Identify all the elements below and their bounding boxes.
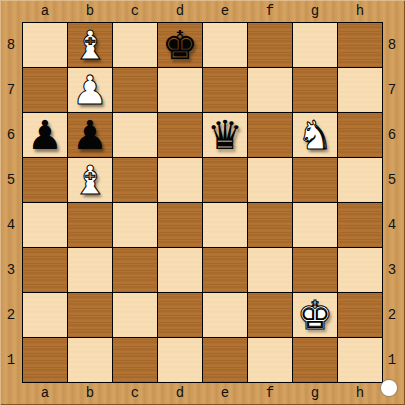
square-e7[interactable] <box>203 68 247 112</box>
file-label-bottom-g: g <box>305 383 325 403</box>
square-a7[interactable] <box>23 68 67 112</box>
square-c2[interactable] <box>113 293 157 337</box>
square-h2[interactable] <box>338 293 382 337</box>
square-h4[interactable] <box>338 203 382 247</box>
rank-label-left-2: 2 <box>1 305 21 325</box>
square-e3[interactable] <box>203 248 247 292</box>
file-label-bottom-d: d <box>170 383 190 403</box>
rank-label-right-6: 6 <box>382 125 402 145</box>
square-h7[interactable] <box>338 68 382 112</box>
square-c5[interactable] <box>113 158 157 202</box>
square-e4[interactable] <box>203 203 247 247</box>
file-label-bottom-a: a <box>35 383 55 403</box>
square-d3[interactable] <box>158 248 202 292</box>
piece-black-pawn[interactable]: ♟ <box>27 113 63 157</box>
square-b5[interactable]: ♝ <box>68 158 112 202</box>
square-g4[interactable] <box>293 203 337 247</box>
file-label-bottom-f: f <box>260 383 280 403</box>
square-g8[interactable] <box>293 23 337 67</box>
piece-white-knight[interactable]: ♞ <box>297 113 333 157</box>
square-c4[interactable] <box>113 203 157 247</box>
square-d6[interactable] <box>158 113 202 157</box>
square-h1[interactable] <box>338 338 382 382</box>
rank-label-left-8: 8 <box>1 35 21 55</box>
square-b4[interactable] <box>68 203 112 247</box>
square-g1[interactable] <box>293 338 337 382</box>
file-label-bottom-c: c <box>125 383 145 403</box>
square-f4[interactable] <box>248 203 292 247</box>
square-a3[interactable] <box>23 248 67 292</box>
square-c1[interactable] <box>113 338 157 382</box>
square-d8[interactable]: ♚ <box>158 23 202 67</box>
square-h5[interactable] <box>338 158 382 202</box>
file-label-top-d: d <box>170 1 190 21</box>
square-e8[interactable] <box>203 23 247 67</box>
square-f2[interactable] <box>248 293 292 337</box>
piece-white-bishop[interactable]: ♝ <box>72 158 108 202</box>
file-label-bottom-e: e <box>215 383 235 403</box>
square-h8[interactable] <box>338 23 382 67</box>
square-a6[interactable]: ♟ <box>23 113 67 157</box>
file-label-top-b: b <box>80 1 100 21</box>
square-h3[interactable] <box>338 248 382 292</box>
square-e6[interactable]: ♛ <box>203 113 247 157</box>
piece-black-king[interactable]: ♚ <box>162 23 198 67</box>
square-a2[interactable] <box>23 293 67 337</box>
chess-board-frame: ♝♚♟♟♟♛♞♝♚ aabbccddeeffgghh88776655443322… <box>0 0 405 405</box>
piece-white-pawn[interactable]: ♟ <box>72 68 108 112</box>
square-a1[interactable] <box>23 338 67 382</box>
piece-white-bishop[interactable]: ♝ <box>72 23 108 67</box>
file-label-top-c: c <box>125 1 145 21</box>
square-a5[interactable] <box>23 158 67 202</box>
square-c6[interactable] <box>113 113 157 157</box>
file-label-top-f: f <box>260 1 280 21</box>
square-d1[interactable] <box>158 338 202 382</box>
square-f5[interactable] <box>248 158 292 202</box>
square-c8[interactable] <box>113 23 157 67</box>
square-f7[interactable] <box>248 68 292 112</box>
rank-label-left-6: 6 <box>1 125 21 145</box>
file-label-bottom-b: b <box>80 383 100 403</box>
rank-label-right-8: 8 <box>382 35 402 55</box>
chess-board: ♝♚♟♟♟♛♞♝♚ <box>22 22 383 383</box>
square-g2[interactable]: ♚ <box>293 293 337 337</box>
square-e1[interactable] <box>203 338 247 382</box>
rank-label-right-3: 3 <box>382 260 402 280</box>
square-f8[interactable] <box>248 23 292 67</box>
square-e2[interactable] <box>203 293 247 337</box>
square-d7[interactable] <box>158 68 202 112</box>
piece-white-king[interactable]: ♚ <box>297 293 333 337</box>
square-c7[interactable] <box>113 68 157 112</box>
file-label-top-g: g <box>305 1 325 21</box>
square-c3[interactable] <box>113 248 157 292</box>
square-g5[interactable] <box>293 158 337 202</box>
square-h6[interactable] <box>338 113 382 157</box>
square-b3[interactable] <box>68 248 112 292</box>
rank-label-right-1: 1 <box>382 350 402 370</box>
rank-label-left-4: 4 <box>1 215 21 235</box>
rank-label-left-3: 3 <box>1 260 21 280</box>
square-d2[interactable] <box>158 293 202 337</box>
square-f6[interactable] <box>248 113 292 157</box>
file-label-top-a: a <box>35 1 55 21</box>
rank-label-right-5: 5 <box>382 170 402 190</box>
square-e5[interactable] <box>203 158 247 202</box>
square-b6[interactable]: ♟ <box>68 113 112 157</box>
square-b7[interactable]: ♟ <box>68 68 112 112</box>
rank-label-right-7: 7 <box>382 80 402 100</box>
piece-black-pawn[interactable]: ♟ <box>72 113 108 157</box>
square-g3[interactable] <box>293 248 337 292</box>
file-label-bottom-h: h <box>350 383 370 403</box>
rank-label-left-1: 1 <box>1 350 21 370</box>
square-b8[interactable]: ♝ <box>68 23 112 67</box>
square-g7[interactable] <box>293 68 337 112</box>
file-label-top-h: h <box>350 1 370 21</box>
square-d5[interactable] <box>158 158 202 202</box>
square-b1[interactable] <box>68 338 112 382</box>
square-g6[interactable]: ♞ <box>293 113 337 157</box>
square-d4[interactable] <box>158 203 202 247</box>
rank-label-right-4: 4 <box>382 215 402 235</box>
rank-label-left-7: 7 <box>1 80 21 100</box>
side-to-move-indicator <box>381 380 397 396</box>
piece-black-queen[interactable]: ♛ <box>207 113 243 157</box>
square-f1[interactable] <box>248 338 292 382</box>
square-f3[interactable] <box>248 248 292 292</box>
rank-label-left-5: 5 <box>1 170 21 190</box>
square-a8[interactable] <box>23 23 67 67</box>
file-label-top-e: e <box>215 1 235 21</box>
square-a4[interactable] <box>23 203 67 247</box>
rank-label-right-2: 2 <box>382 305 402 325</box>
square-b2[interactable] <box>68 293 112 337</box>
